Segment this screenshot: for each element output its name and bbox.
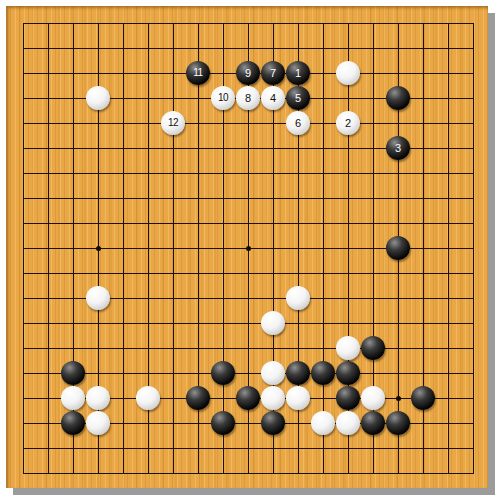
stone-white-move-12: 12	[161, 111, 185, 135]
move-number: 7	[270, 68, 276, 79]
grid-hline	[23, 323, 474, 324]
stone-white	[136, 386, 160, 410]
star-point	[396, 396, 401, 401]
stone-black-move-1: 1	[286, 61, 310, 85]
grid-vline	[473, 23, 474, 474]
star-point	[246, 246, 251, 251]
stone-black	[186, 386, 210, 410]
stone-white	[261, 361, 285, 385]
stone-black-move-9: 9	[236, 61, 260, 85]
stone-black-move-5: 5	[286, 86, 310, 110]
move-number: 11	[193, 68, 202, 78]
stone-white	[311, 411, 335, 435]
go-board-page: 119711084512623	[0, 0, 500, 500]
stone-white	[261, 386, 285, 410]
grid-hline	[23, 373, 474, 374]
stone-black	[336, 361, 360, 385]
grid-hline	[23, 448, 474, 449]
stone-white	[336, 336, 360, 360]
move-number: 3	[395, 143, 401, 154]
stone-white-move-8: 8	[236, 86, 260, 110]
stone-black	[61, 361, 85, 385]
move-number: 1	[295, 68, 301, 79]
stone-white	[286, 386, 310, 410]
move-number: 5	[295, 93, 301, 104]
star-point	[96, 246, 101, 251]
stone-black	[361, 336, 385, 360]
stone-black	[211, 411, 235, 435]
grid-hline	[23, 273, 474, 274]
stone-black	[386, 86, 410, 110]
stone-black	[386, 236, 410, 260]
stone-white-move-4: 4	[261, 86, 285, 110]
stone-black-move-3: 3	[386, 136, 410, 160]
move-number: 12	[168, 118, 178, 128]
stone-black	[286, 361, 310, 385]
stone-black	[411, 386, 435, 410]
stone-white	[86, 411, 110, 435]
stone-white	[361, 386, 385, 410]
grid-vline	[323, 23, 324, 474]
stone-black	[336, 386, 360, 410]
stone-white	[86, 86, 110, 110]
stone-white	[261, 311, 285, 335]
grid-hline	[23, 348, 474, 349]
stone-black-move-7: 7	[261, 61, 285, 85]
stone-black	[211, 361, 235, 385]
stone-white-move-10: 10	[211, 86, 235, 110]
stone-white	[86, 286, 110, 310]
move-number: 4	[270, 93, 276, 104]
grid-vline	[448, 23, 449, 474]
move-number: 9	[245, 68, 251, 79]
stone-black	[261, 411, 285, 435]
move-number: 6	[295, 118, 301, 129]
stone-black	[236, 386, 260, 410]
stone-white-move-6: 6	[286, 111, 310, 135]
stone-black	[386, 411, 410, 435]
go-board[interactable]: 119711084512623	[6, 6, 488, 488]
stone-white	[61, 386, 85, 410]
stone-white-move-2: 2	[336, 111, 360, 135]
stone-black	[361, 411, 385, 435]
stone-black	[311, 361, 335, 385]
grid-hline	[23, 473, 474, 474]
stone-white	[286, 286, 310, 310]
stone-white	[336, 61, 360, 85]
move-number: 10	[218, 93, 228, 103]
move-number: 8	[245, 93, 251, 104]
stone-white	[86, 386, 110, 410]
stone-black-move-11: 11	[186, 61, 210, 85]
stone-white	[336, 411, 360, 435]
move-number: 2	[345, 118, 351, 129]
stone-black	[61, 411, 85, 435]
